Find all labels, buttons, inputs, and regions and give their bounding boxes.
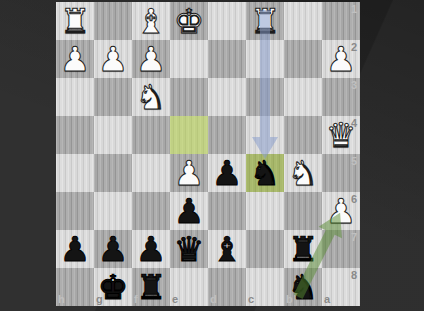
square-f1[interactable]: ♝ <box>132 2 170 40</box>
square-b8[interactable]: ♞b <box>284 268 322 306</box>
square-c3[interactable] <box>246 78 284 116</box>
file-label-a: a <box>324 293 330 305</box>
square-e8[interactable]: e <box>170 268 208 306</box>
square-e7[interactable]: ♛ <box>170 230 208 268</box>
white-pawn-h2[interactable]: ♟ <box>56 40 94 78</box>
white-pawn-g2[interactable]: ♟ <box>94 40 132 78</box>
black-knight-c5[interactable]: ♞ <box>246 154 284 192</box>
square-g6[interactable] <box>94 192 132 230</box>
square-h8[interactable]: h <box>56 268 94 306</box>
square-a8[interactable]: a8 <box>322 268 360 306</box>
square-e2[interactable] <box>170 40 208 78</box>
square-h2[interactable]: ♟ <box>56 40 94 78</box>
square-b3[interactable] <box>284 78 322 116</box>
rank-label-3: 3 <box>351 79 357 91</box>
white-knight-f3[interactable]: ♞ <box>132 78 170 116</box>
square-h3[interactable] <box>56 78 94 116</box>
white-pawn-f2[interactable]: ♟ <box>132 40 170 78</box>
square-c8[interactable]: c <box>246 268 284 306</box>
square-a7[interactable]: 7 <box>322 230 360 268</box>
square-c5[interactable]: ♞ <box>246 154 284 192</box>
square-f5[interactable] <box>132 154 170 192</box>
square-f6[interactable] <box>132 192 170 230</box>
square-g2[interactable]: ♟ <box>94 40 132 78</box>
file-label-f: f <box>134 293 138 305</box>
square-b2[interactable] <box>284 40 322 78</box>
black-pawn-g7[interactable]: ♟ <box>94 230 132 268</box>
square-e5[interactable]: ♟ <box>170 154 208 192</box>
rank-label-2: 2 <box>351 41 357 53</box>
square-f3[interactable]: ♞ <box>132 78 170 116</box>
black-bishop-d7[interactable]: ♝ <box>208 230 246 268</box>
square-d3[interactable] <box>208 78 246 116</box>
square-a6[interactable]: ♟6 <box>322 192 360 230</box>
white-rook-c1[interactable]: ♜ <box>246 2 284 40</box>
file-label-h: h <box>58 293 65 305</box>
square-f4[interactable] <box>132 116 170 154</box>
square-h4[interactable] <box>56 116 94 154</box>
square-b7[interactable]: ♜ <box>284 230 322 268</box>
square-b5[interactable]: ♞ <box>284 154 322 192</box>
square-h5[interactable] <box>56 154 94 192</box>
square-d7[interactable]: ♝ <box>208 230 246 268</box>
square-d6[interactable] <box>208 192 246 230</box>
square-g1[interactable] <box>94 2 132 40</box>
white-bishop-f1[interactable]: ♝ <box>132 2 170 40</box>
file-label-g: g <box>96 293 103 305</box>
square-g3[interactable] <box>94 78 132 116</box>
square-a5[interactable]: 5 <box>322 154 360 192</box>
square-f2[interactable]: ♟ <box>132 40 170 78</box>
rank-label-6: 6 <box>351 193 357 205</box>
square-e6[interactable]: ♟ <box>170 192 208 230</box>
square-d1[interactable] <box>208 2 246 40</box>
square-d5[interactable]: ♟ <box>208 154 246 192</box>
square-f7[interactable]: ♟ <box>132 230 170 268</box>
rank-label-8: 8 <box>351 269 357 281</box>
square-h6[interactable] <box>56 192 94 230</box>
file-label-d: d <box>210 293 217 305</box>
white-rook-h1[interactable]: ♜ <box>56 2 94 40</box>
square-a1[interactable]: 1 <box>322 2 360 40</box>
square-c2[interactable] <box>246 40 284 78</box>
square-a2[interactable]: ♟2 <box>322 40 360 78</box>
black-pawn-e6[interactable]: ♟ <box>170 192 208 230</box>
square-b4[interactable] <box>284 116 322 154</box>
file-label-c: c <box>248 293 254 305</box>
square-c1[interactable]: ♜ <box>246 2 284 40</box>
square-g5[interactable] <box>94 154 132 192</box>
white-pawn-e5[interactable]: ♟ <box>170 154 208 192</box>
square-b1[interactable] <box>284 2 322 40</box>
square-d8[interactable]: d <box>208 268 246 306</box>
rank-label-4: 4 <box>351 117 357 129</box>
white-knight-b5[interactable]: ♞ <box>284 154 322 192</box>
square-h7[interactable]: ♟ <box>56 230 94 268</box>
square-g4[interactable] <box>94 116 132 154</box>
square-b6[interactable] <box>284 192 322 230</box>
black-pawn-h7[interactable]: ♟ <box>56 230 94 268</box>
square-h1[interactable]: ♜ <box>56 2 94 40</box>
rank-label-1: 1 <box>351 3 357 15</box>
square-c6[interactable] <box>246 192 284 230</box>
square-c4[interactable] <box>246 116 284 154</box>
square-d2[interactable] <box>208 40 246 78</box>
square-e1[interactable]: ♚ <box>170 2 208 40</box>
square-d4[interactable] <box>208 116 246 154</box>
black-pawn-d5[interactable]: ♟ <box>208 154 246 192</box>
black-rook-b7[interactable]: ♜ <box>284 230 322 268</box>
white-king-e1[interactable]: ♚ <box>170 2 208 40</box>
square-c7[interactable] <box>246 230 284 268</box>
black-pawn-f7[interactable]: ♟ <box>132 230 170 268</box>
square-f8[interactable]: ♜f <box>132 268 170 306</box>
app-background: { "game": "chess", "view": { "orientatio… <box>0 0 424 311</box>
square-g7[interactable]: ♟ <box>94 230 132 268</box>
file-label-e: e <box>172 293 178 305</box>
square-a3[interactable]: 3 <box>322 78 360 116</box>
black-queen-e7[interactable]: ♛ <box>170 230 208 268</box>
rank-label-7: 7 <box>351 231 357 243</box>
square-e3[interactable] <box>170 78 208 116</box>
square-a4[interactable]: ♛4 <box>322 116 360 154</box>
square-e4[interactable] <box>170 116 208 154</box>
rank-label-5: 5 <box>351 155 357 167</box>
square-g8[interactable]: ♚g <box>94 268 132 306</box>
file-label-b: b <box>286 293 293 305</box>
chess-board[interactable]: ♜♝♚♜1♟♟♟♟2♞3♛4♟♟♞♞5♟♟6♟♟♟♛♝♜7h♚g♜fedc♞ba… <box>56 2 360 306</box>
